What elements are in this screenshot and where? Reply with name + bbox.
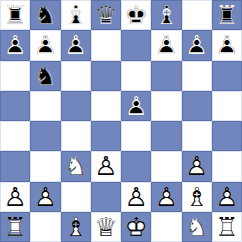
piece-outline-glyph: ♖	[212, 212, 242, 242]
square-e2[interactable]: ♟♙	[121, 182, 151, 212]
square-g6[interactable]	[182, 61, 212, 91]
square-b3[interactable]	[30, 151, 60, 181]
piece-outline-glyph: ♕	[91, 0, 121, 30]
square-a7[interactable]: ♟♙	[0, 30, 30, 60]
piece-black-pawn[interactable]: ♟♙	[30, 30, 60, 60]
square-f1[interactable]	[151, 212, 181, 242]
square-a3[interactable]	[0, 151, 30, 181]
piece-black-queen[interactable]: ♛♕	[91, 0, 121, 30]
square-f7[interactable]: ♟♙	[151, 30, 181, 60]
piece-white-queen[interactable]: ♛♕	[91, 212, 121, 242]
piece-outline-glyph: ♙	[0, 182, 30, 212]
square-a6[interactable]	[0, 61, 30, 91]
square-a5[interactable]	[0, 91, 30, 121]
square-c5[interactable]	[61, 91, 91, 121]
square-d5[interactable]	[91, 91, 121, 121]
piece-outline-glyph: ♘	[182, 212, 212, 242]
piece-outline-glyph: ♙	[0, 30, 30, 60]
piece-outline-glyph: ♙	[182, 151, 212, 181]
square-c2[interactable]	[61, 182, 91, 212]
square-h5[interactable]	[212, 91, 242, 121]
piece-outline-glyph: ♙	[121, 91, 151, 121]
piece-black-bishop[interactable]: ♝♗	[151, 0, 181, 30]
piece-outline-glyph: ♙	[151, 182, 181, 212]
square-b2[interactable]: ♟♙	[30, 182, 60, 212]
piece-outline-glyph: ♙	[91, 151, 121, 181]
piece-white-pawn[interactable]: ♟♙	[91, 151, 121, 181]
square-g2[interactable]: ♝♗	[182, 182, 212, 212]
square-b6[interactable]: ♞♘	[30, 61, 60, 91]
square-g7[interactable]: ♟♙	[182, 30, 212, 60]
square-g5[interactable]	[182, 91, 212, 121]
square-d6[interactable]	[91, 61, 121, 91]
square-c8[interactable]: ♝♗	[61, 0, 91, 30]
chess-board: ♜♖♞♘♝♗♛♕♚♔♝♗♜♖♟♙♟♙♟♙♟♙♟♙♟♙♞♘♟♙♞♘♟♙♟♙♟♙♟♙…	[0, 0, 242, 242]
piece-white-pawn[interactable]: ♟♙	[0, 182, 30, 212]
piece-outline-glyph: ♘	[30, 61, 60, 91]
square-f8[interactable]: ♝♗	[151, 0, 181, 30]
piece-black-rook[interactable]: ♜♖	[212, 0, 242, 30]
square-a1[interactable]: ♜♖	[0, 212, 30, 242]
square-e7[interactable]	[121, 30, 151, 60]
piece-outline-glyph: ♗	[182, 182, 212, 212]
piece-outline-glyph: ♙	[30, 30, 60, 60]
piece-black-pawn[interactable]: ♟♙	[182, 30, 212, 60]
piece-white-rook[interactable]: ♜♖	[0, 212, 30, 242]
square-e8[interactable]: ♚♔	[121, 0, 151, 30]
square-d1[interactable]: ♛♕	[91, 212, 121, 242]
square-c7[interactable]: ♟♙	[61, 30, 91, 60]
piece-outline-glyph: ♖	[0, 212, 30, 242]
square-d8[interactable]: ♛♕	[91, 0, 121, 30]
square-h7[interactable]: ♟♙	[212, 30, 242, 60]
piece-outline-glyph: ♙	[121, 182, 151, 212]
piece-outline-glyph: ♔	[121, 212, 151, 242]
square-e6[interactable]	[121, 61, 151, 91]
piece-outline-glyph: ♙	[212, 182, 242, 212]
piece-white-bishop[interactable]: ♝♗	[182, 182, 212, 212]
piece-outline-glyph: ♙	[151, 30, 181, 60]
square-e1[interactable]: ♚♔	[121, 212, 151, 242]
square-h6[interactable]	[212, 61, 242, 91]
piece-outline-glyph: ♙	[182, 30, 212, 60]
square-d7[interactable]	[91, 30, 121, 60]
piece-black-pawn[interactable]: ♟♙	[151, 30, 181, 60]
square-b8[interactable]: ♞♘	[30, 0, 60, 30]
square-b7[interactable]: ♟♙	[30, 30, 60, 60]
square-b4[interactable]	[30, 121, 60, 151]
square-g4[interactable]	[182, 121, 212, 151]
piece-outline-glyph: ♗	[61, 0, 91, 30]
square-e5[interactable]: ♟♙	[121, 91, 151, 121]
square-f5[interactable]	[151, 91, 181, 121]
piece-outline-glyph: ♘	[61, 151, 91, 181]
piece-outline-glyph: ♙	[61, 30, 91, 60]
piece-outline-glyph: ♙	[212, 30, 242, 60]
square-f3[interactable]	[151, 151, 181, 181]
piece-white-pawn[interactable]: ♟♙	[121, 182, 151, 212]
piece-outline-glyph: ♖	[212, 0, 242, 30]
piece-black-knight[interactable]: ♞♘	[30, 61, 60, 91]
piece-black-bishop[interactable]: ♝♗	[61, 0, 91, 30]
square-e4[interactable]	[121, 121, 151, 151]
piece-white-knight[interactable]: ♞♘	[182, 212, 212, 242]
square-h2[interactable]: ♟♙	[212, 182, 242, 212]
piece-white-rook[interactable]: ♜♖	[212, 212, 242, 242]
piece-black-knight[interactable]: ♞♘	[30, 0, 60, 30]
piece-white-knight[interactable]: ♞♘	[61, 151, 91, 181]
piece-white-pawn[interactable]: ♟♙	[182, 151, 212, 181]
square-d4[interactable]	[91, 121, 121, 151]
piece-outline-glyph: ♗	[151, 0, 181, 30]
piece-white-bishop[interactable]: ♝♗	[61, 212, 91, 242]
square-h3[interactable]	[212, 151, 242, 181]
square-c1[interactable]: ♝♗	[61, 212, 91, 242]
square-c3[interactable]: ♞♘	[61, 151, 91, 181]
piece-black-king[interactable]: ♚♔	[121, 0, 151, 30]
square-g1[interactable]: ♞♘	[182, 212, 212, 242]
piece-outline-glyph: ♗	[61, 212, 91, 242]
piece-white-pawn[interactable]: ♟♙	[151, 182, 181, 212]
piece-outline-glyph: ♙	[30, 182, 60, 212]
square-c6[interactable]	[61, 61, 91, 91]
square-d3[interactable]: ♟♙	[91, 151, 121, 181]
piece-white-king[interactable]: ♚♔	[121, 212, 151, 242]
square-a4[interactable]	[0, 121, 30, 151]
square-b1[interactable]	[30, 212, 60, 242]
square-h8[interactable]: ♜♖	[212, 0, 242, 30]
square-c4[interactable]	[61, 121, 91, 151]
piece-black-pawn[interactable]: ♟♙	[212, 30, 242, 60]
square-f6[interactable]	[151, 61, 181, 91]
piece-outline-glyph: ♕	[91, 212, 121, 242]
square-d2[interactable]	[91, 182, 121, 212]
square-e3[interactable]	[121, 151, 151, 181]
square-g3[interactable]: ♟♙	[182, 151, 212, 181]
square-f2[interactable]: ♟♙	[151, 182, 181, 212]
square-g8[interactable]	[182, 0, 212, 30]
piece-black-pawn[interactable]: ♟♙	[61, 30, 91, 60]
square-f4[interactable]	[151, 121, 181, 151]
square-h4[interactable]	[212, 121, 242, 151]
piece-black-pawn[interactable]: ♟♙	[121, 91, 151, 121]
piece-white-pawn[interactable]: ♟♙	[30, 182, 60, 212]
square-h1[interactable]: ♜♖	[212, 212, 242, 242]
square-a2[interactable]: ♟♙	[0, 182, 30, 212]
piece-outline-glyph: ♘	[30, 0, 60, 30]
square-a8[interactable]: ♜♖	[0, 0, 30, 30]
piece-white-pawn[interactable]: ♟♙	[212, 182, 242, 212]
square-b5[interactable]	[30, 91, 60, 121]
piece-outline-glyph: ♖	[0, 0, 30, 30]
piece-black-pawn[interactable]: ♟♙	[0, 30, 30, 60]
piece-black-rook[interactable]: ♜♖	[0, 0, 30, 30]
piece-outline-glyph: ♔	[121, 0, 151, 30]
